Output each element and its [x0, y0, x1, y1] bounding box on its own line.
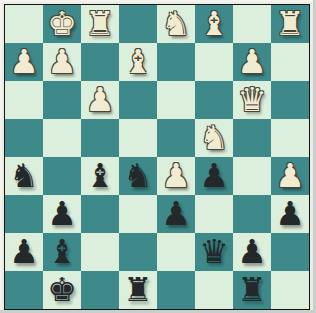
square-f6[interactable] — [195, 81, 233, 119]
square-b7[interactable]: ♟ — [43, 43, 81, 81]
square-f4[interactable]: ♟ — [195, 157, 233, 195]
white-bishop[interactable]: ♝ — [119, 43, 157, 81]
white-rook[interactable]: ♜ — [81, 5, 119, 43]
square-b3[interactable]: ♟ — [43, 195, 81, 233]
square-h4[interactable]: ♟ — [271, 157, 309, 195]
square-c3[interactable] — [81, 195, 119, 233]
square-g3[interactable] — [233, 195, 271, 233]
square-g1[interactable]: ♜ — [233, 271, 271, 309]
square-b5[interactable] — [43, 119, 81, 157]
white-pawn[interactable]: ♟ — [233, 43, 271, 81]
square-f3[interactable] — [195, 195, 233, 233]
black-bishop[interactable]: ♝ — [43, 233, 81, 271]
square-h7[interactable] — [271, 43, 309, 81]
square-b4[interactable] — [43, 157, 81, 195]
square-d5[interactable] — [119, 119, 157, 157]
black-pawn[interactable]: ♟ — [271, 195, 309, 233]
square-d1[interactable]: ♜ — [119, 271, 157, 309]
square-h5[interactable] — [271, 119, 309, 157]
white-pawn[interactable]: ♟ — [43, 43, 81, 81]
white-knight[interactable]: ♞ — [195, 119, 233, 157]
black-pawn[interactable]: ♟ — [195, 157, 233, 195]
black-king[interactable]: ♚ — [43, 271, 81, 309]
square-g6[interactable]: ♛ — [233, 81, 271, 119]
square-h6[interactable] — [271, 81, 309, 119]
square-e5[interactable] — [157, 119, 195, 157]
square-f5[interactable]: ♞ — [195, 119, 233, 157]
square-g7[interactable]: ♟ — [233, 43, 271, 81]
square-d2[interactable] — [119, 233, 157, 271]
black-bishop[interactable]: ♝ — [81, 157, 119, 195]
square-c4[interactable]: ♝ — [81, 157, 119, 195]
white-bishop[interactable]: ♝ — [195, 5, 233, 43]
square-e1[interactable] — [157, 271, 195, 309]
square-e3[interactable]: ♟ — [157, 195, 195, 233]
square-g4[interactable] — [233, 157, 271, 195]
square-b1[interactable]: ♚ — [43, 271, 81, 309]
white-pawn[interactable]: ♟ — [81, 81, 119, 119]
square-c2[interactable] — [81, 233, 119, 271]
square-a1[interactable] — [5, 271, 43, 309]
square-h3[interactable]: ♟ — [271, 195, 309, 233]
white-pawn[interactable]: ♟ — [271, 157, 309, 195]
white-knight[interactable]: ♞ — [157, 5, 195, 43]
square-f2[interactable]: ♛ — [195, 233, 233, 271]
black-knight[interactable]: ♞ — [5, 157, 43, 195]
square-g2[interactable]: ♟ — [233, 233, 271, 271]
square-b2[interactable]: ♝ — [43, 233, 81, 271]
white-king[interactable]: ♚ — [43, 5, 81, 43]
black-rook[interactable]: ♜ — [233, 271, 271, 309]
square-d6[interactable] — [119, 81, 157, 119]
white-queen[interactable]: ♛ — [233, 81, 271, 119]
square-e4[interactable]: ♟ — [157, 157, 195, 195]
square-c8[interactable]: ♜ — [81, 5, 119, 43]
square-f1[interactable] — [195, 271, 233, 309]
square-a7[interactable]: ♟ — [5, 43, 43, 81]
black-rook[interactable]: ♜ — [119, 271, 157, 309]
screenshot-root: ♚♜♞♝♜♟♟♝♟♟♛♞♞♝♞♟♟♟♟♟♟♟♝♛♟♚♜♜ — [0, 0, 316, 313]
square-d3[interactable] — [119, 195, 157, 233]
square-h2[interactable] — [271, 233, 309, 271]
square-e7[interactable] — [157, 43, 195, 81]
square-e2[interactable] — [157, 233, 195, 271]
square-c6[interactable]: ♟ — [81, 81, 119, 119]
square-c5[interactable] — [81, 119, 119, 157]
square-a5[interactable] — [5, 119, 43, 157]
black-pawn[interactable]: ♟ — [157, 195, 195, 233]
square-g8[interactable] — [233, 5, 271, 43]
square-f8[interactable]: ♝ — [195, 5, 233, 43]
white-rook[interactable]: ♜ — [271, 5, 309, 43]
square-d7[interactable]: ♝ — [119, 43, 157, 81]
chess-board: ♚♜♞♝♜♟♟♝♟♟♛♞♞♝♞♟♟♟♟♟♟♟♝♛♟♚♜♜ — [4, 4, 310, 310]
white-pawn[interactable]: ♟ — [157, 157, 195, 195]
square-g5[interactable] — [233, 119, 271, 157]
square-b8[interactable]: ♚ — [43, 5, 81, 43]
square-h8[interactable]: ♜ — [271, 5, 309, 43]
square-c1[interactable] — [81, 271, 119, 309]
square-a4[interactable]: ♞ — [5, 157, 43, 195]
square-a2[interactable]: ♟ — [5, 233, 43, 271]
black-pawn[interactable]: ♟ — [5, 233, 43, 271]
square-a6[interactable] — [5, 81, 43, 119]
square-e8[interactable]: ♞ — [157, 5, 195, 43]
square-d8[interactable] — [119, 5, 157, 43]
square-b6[interactable] — [43, 81, 81, 119]
black-pawn[interactable]: ♟ — [43, 195, 81, 233]
square-d4[interactable]: ♞ — [119, 157, 157, 195]
black-pawn[interactable]: ♟ — [233, 233, 271, 271]
white-pawn[interactable]: ♟ — [5, 43, 43, 81]
square-a3[interactable] — [5, 195, 43, 233]
black-knight[interactable]: ♞ — [119, 157, 157, 195]
square-c7[interactable] — [81, 43, 119, 81]
square-h1[interactable] — [271, 271, 309, 309]
square-e6[interactable] — [157, 81, 195, 119]
square-a8[interactable] — [5, 5, 43, 43]
black-queen[interactable]: ♛ — [195, 233, 233, 271]
square-f7[interactable] — [195, 43, 233, 81]
